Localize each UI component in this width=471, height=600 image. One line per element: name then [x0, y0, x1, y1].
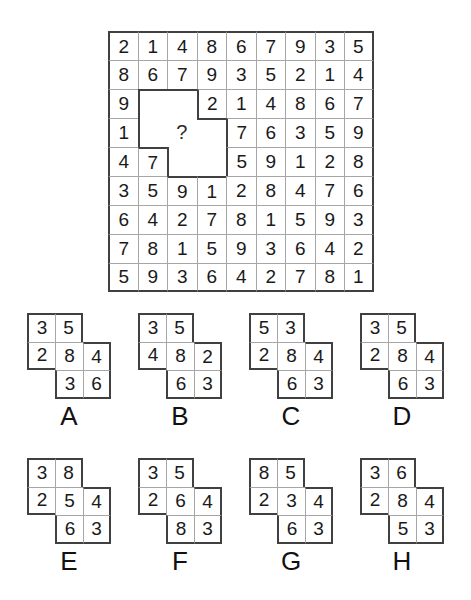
- grid-cell: 2: [167, 205, 197, 234]
- grid-cell: 7: [197, 205, 227, 234]
- option-cell: 8: [55, 458, 83, 487]
- grid-cell: 8: [285, 89, 315, 118]
- option-cell: 3: [55, 370, 83, 399]
- option-cell: 5: [55, 313, 83, 342]
- option-cell: 8: [166, 515, 194, 544]
- question-mark-cell: ?: [167, 118, 197, 147]
- missing-cell: [197, 118, 227, 147]
- grid-cell: 1: [256, 205, 286, 234]
- grid-cell: 6: [344, 176, 374, 205]
- grid-cell: 7: [285, 263, 315, 292]
- option-cell: 3: [194, 515, 222, 544]
- option-cell: 8: [55, 342, 83, 371]
- option-cell: 6: [277, 515, 305, 544]
- empty-corner: [138, 515, 166, 544]
- grid-cell: 3: [344, 205, 374, 234]
- grid-cell: 7: [138, 147, 168, 176]
- option-cell: 2: [360, 342, 388, 371]
- option-label: E: [27, 546, 111, 576]
- option-label: H: [360, 546, 444, 576]
- empty-corner: [194, 313, 222, 342]
- option-cell: 6: [388, 458, 416, 487]
- grid-cell: 9: [108, 89, 138, 118]
- grid-cell: 8: [344, 147, 374, 176]
- grid-cell: 6: [226, 31, 256, 60]
- option-cell: 8: [277, 342, 305, 371]
- empty-corner: [27, 370, 55, 399]
- grid-cell: 5: [138, 176, 168, 205]
- option-cell: 6: [277, 370, 305, 399]
- grid-cell: 7: [344, 89, 374, 118]
- grid-cell: 9: [315, 205, 345, 234]
- grid-cell: 7: [256, 31, 286, 60]
- option-cell: 4: [83, 487, 111, 516]
- option-cell: 3: [27, 458, 55, 487]
- empty-corner: [416, 458, 444, 487]
- grid-cell: 9: [256, 147, 286, 176]
- empty-corner: [249, 370, 277, 399]
- grid-cell: 9: [138, 263, 168, 292]
- option-cell: 4: [194, 487, 222, 516]
- option-h[interactable]: 3628453H: [360, 458, 444, 576]
- empty-corner: [360, 515, 388, 544]
- option-cell: 4: [305, 487, 333, 516]
- grid-cell: 3: [226, 60, 256, 89]
- grid-cell: 1: [344, 263, 374, 292]
- empty-corner: [194, 458, 222, 487]
- grid-cell: 8: [256, 176, 286, 205]
- grid-cell: 5: [108, 263, 138, 292]
- grid-cell: 7: [108, 234, 138, 263]
- option-cell: 8: [166, 342, 194, 371]
- missing-cell: [167, 147, 197, 176]
- grid-cell: 6: [138, 60, 168, 89]
- grid-cell: 8: [108, 60, 138, 89]
- missing-cell: [138, 89, 168, 118]
- grid-cell: 1: [138, 31, 168, 60]
- option-f[interactable]: 3526483F: [138, 458, 222, 576]
- option-d[interactable]: 3528463D: [360, 313, 444, 431]
- missing-cell: [167, 89, 197, 118]
- empty-corner: [83, 313, 111, 342]
- option-cell: 6: [166, 487, 194, 516]
- grid-cell: 4: [344, 60, 374, 89]
- empty-corner: [27, 515, 55, 544]
- option-cell: 4: [416, 342, 444, 371]
- option-cell: 6: [388, 370, 416, 399]
- grid-cell: 7: [226, 118, 256, 147]
- grid-cell: 7: [167, 60, 197, 89]
- option-e[interactable]: 3825463E: [27, 458, 111, 576]
- option-cell: 3: [138, 313, 166, 342]
- option-cell: 2: [194, 342, 222, 371]
- grid-cell: 4: [167, 31, 197, 60]
- grid-cell: 1: [226, 89, 256, 118]
- grid-cell: 5: [226, 147, 256, 176]
- option-cell: 5: [277, 458, 305, 487]
- grid-cell: 4: [256, 89, 286, 118]
- option-cell: 4: [416, 487, 444, 516]
- grid-cell: 6: [256, 118, 286, 147]
- grid-cell: 3: [315, 31, 345, 60]
- grid-cell: 2: [285, 60, 315, 89]
- option-b[interactable]: 3548263B: [138, 313, 222, 431]
- grid-cell: 4: [315, 234, 345, 263]
- grid-cell: 9: [226, 234, 256, 263]
- option-cell: 6: [83, 370, 111, 399]
- option-grid: 3528463: [360, 313, 444, 399]
- grid-cell: 4: [138, 205, 168, 234]
- empty-corner: [360, 370, 388, 399]
- grid-cell: 3: [285, 118, 315, 147]
- grid-cell: 8: [226, 205, 256, 234]
- option-g[interactable]: 8523463G: [249, 458, 333, 576]
- grid-cell: 1: [167, 234, 197, 263]
- grid-cell: 3: [256, 234, 286, 263]
- option-cell: 2: [27, 487, 55, 516]
- grid-cell: 6: [197, 263, 227, 292]
- option-cell: 4: [83, 342, 111, 371]
- option-cell: 2: [138, 487, 166, 516]
- option-cell: 5: [388, 313, 416, 342]
- option-cell: 6: [55, 515, 83, 544]
- option-cell: 5: [388, 515, 416, 544]
- grid-cell: 5: [285, 205, 315, 234]
- grid-cell: 8: [197, 31, 227, 60]
- option-cell: 2: [249, 342, 277, 371]
- option-label: C: [249, 401, 333, 431]
- option-cell: 3: [138, 458, 166, 487]
- option-cell: 3: [416, 515, 444, 544]
- grid-cell: 9: [344, 118, 374, 147]
- option-cell: 8: [249, 458, 277, 487]
- grid-cell: 2: [197, 89, 227, 118]
- option-cell: 5: [166, 313, 194, 342]
- empty-corner: [416, 313, 444, 342]
- option-cell: 2: [360, 487, 388, 516]
- option-grid: 3628453: [360, 458, 444, 544]
- empty-corner: [138, 370, 166, 399]
- grid-cell: 4: [285, 176, 315, 205]
- option-label: B: [138, 401, 222, 431]
- grid-cell: 2: [108, 31, 138, 60]
- grid-cell: 7: [315, 176, 345, 205]
- grid-cell: 2: [315, 147, 345, 176]
- option-cell: 3: [305, 370, 333, 399]
- grid-cell: 4: [108, 147, 138, 176]
- option-label: D: [360, 401, 444, 431]
- option-cell: 3: [194, 370, 222, 399]
- empty-corner: [305, 458, 333, 487]
- option-cell: 5: [55, 487, 83, 516]
- option-cell: 4: [138, 342, 166, 371]
- grid-cell: 3: [167, 263, 197, 292]
- option-grid: 8523463: [249, 458, 333, 544]
- grid-cell: 2: [226, 176, 256, 205]
- option-grid: 3526483: [138, 458, 222, 544]
- grid-cell: 1: [108, 118, 138, 147]
- option-grid: 3825463: [27, 458, 111, 544]
- empty-corner: [83, 458, 111, 487]
- option-cell: 8: [388, 487, 416, 516]
- option-c[interactable]: 5328463C: [249, 313, 333, 431]
- option-label: G: [249, 546, 333, 576]
- grid-cell: 2: [256, 263, 286, 292]
- grid-cell: 9: [285, 31, 315, 60]
- grid-cell: 6: [285, 234, 315, 263]
- option-cell: 3: [27, 313, 55, 342]
- main-grid: 21486793586793521492148671?7635947591283…: [108, 31, 374, 292]
- option-label: A: [27, 401, 111, 431]
- option-cell: 5: [249, 313, 277, 342]
- option-cell: 6: [166, 370, 194, 399]
- option-a[interactable]: 3528436A: [27, 313, 111, 431]
- empty-corner: [305, 313, 333, 342]
- grid-cell: 8: [138, 234, 168, 263]
- option-cell: 3: [277, 313, 305, 342]
- options-row-1: 3528436A3548263B5328463C3528463D: [27, 313, 444, 431]
- option-cell: 2: [249, 487, 277, 516]
- option-cell: 4: [305, 342, 333, 371]
- option-grid: 5328463: [249, 313, 333, 399]
- option-cell: 3: [277, 487, 305, 516]
- option-cell: 3: [416, 370, 444, 399]
- option-cell: 8: [388, 342, 416, 371]
- grid-cell: 6: [108, 205, 138, 234]
- grid-cell: 6: [315, 89, 345, 118]
- grid-cell: 8: [315, 263, 345, 292]
- grid-cell: 1: [197, 176, 227, 205]
- grid-cell: 5: [315, 118, 345, 147]
- grid-cell: 5: [344, 31, 374, 60]
- grid-cell: 1: [285, 147, 315, 176]
- option-cell: 5: [166, 458, 194, 487]
- grid-cell: 5: [197, 234, 227, 263]
- option-cell: 3: [305, 515, 333, 544]
- option-cell: 3: [360, 458, 388, 487]
- option-cell: 3: [360, 313, 388, 342]
- option-cell: 3: [83, 515, 111, 544]
- puzzle-page: 21486793586793521492148671?7635947591283…: [0, 0, 471, 600]
- grid-cell: 3: [108, 176, 138, 205]
- option-grid: 3548263: [138, 313, 222, 399]
- empty-corner: [249, 515, 277, 544]
- grid-cell: 4: [226, 263, 256, 292]
- option-cell: 2: [27, 342, 55, 371]
- grid-cell: 9: [197, 60, 227, 89]
- grid-cell: 5: [256, 60, 286, 89]
- grid-cell: 2: [344, 234, 374, 263]
- option-label: F: [138, 546, 222, 576]
- grid-cell: 1: [315, 60, 345, 89]
- missing-cell: [138, 118, 168, 147]
- option-grid: 3528436: [27, 313, 111, 399]
- options-row-2: 3825463E3526483F8523463G3628453H: [27, 458, 444, 576]
- grid-cell: 9: [167, 176, 197, 205]
- missing-cell: [197, 147, 227, 176]
